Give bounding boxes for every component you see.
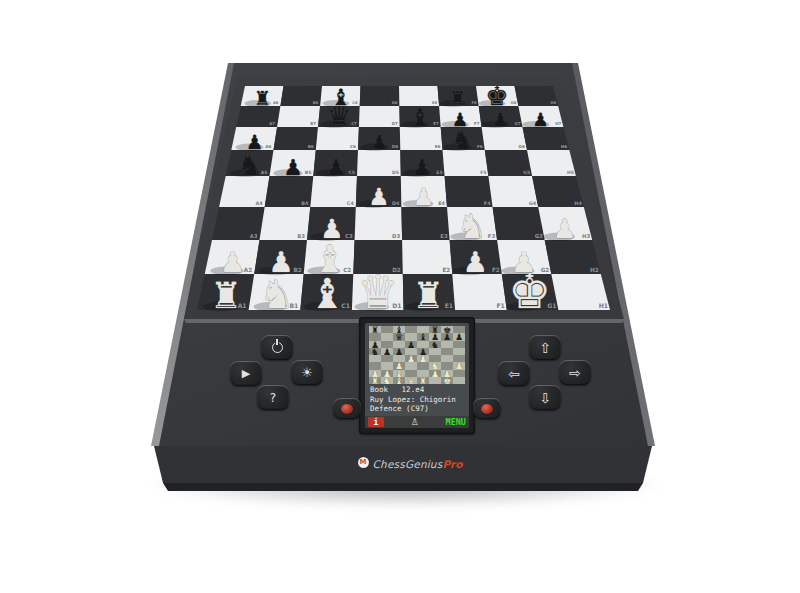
play-icon: ▶ bbox=[242, 368, 250, 379]
lcd-piece-white-k: ♚ bbox=[443, 376, 451, 385]
brand-suffix: Pro bbox=[442, 458, 462, 470]
arrow-up-icon: ⇧ bbox=[539, 341, 551, 355]
lcd-square-f6: ♞ bbox=[429, 341, 441, 348]
lcd-square-d1: ♛ bbox=[405, 377, 417, 384]
lcd-square-d8 bbox=[405, 326, 417, 333]
lcd-square-a8: ♜ bbox=[369, 326, 381, 333]
lcd-square-d4: ♟ bbox=[405, 355, 417, 362]
lcd-piece-white-r: ♜ bbox=[371, 376, 379, 385]
lcd-piece-white-q: ♛ bbox=[407, 376, 415, 385]
lcd-square-e1: ♜ bbox=[417, 377, 429, 384]
millennium-logo: M bbox=[358, 457, 369, 468]
lcd-square-g1: ♚ bbox=[441, 377, 453, 384]
lcd-square-a5: ♞ bbox=[369, 348, 381, 355]
white-pawn-turn-icon: ♙ bbox=[384, 417, 446, 427]
arrow-right-icon: ⇨ bbox=[569, 366, 581, 380]
lcd-square-g5 bbox=[441, 348, 453, 355]
lcd-book-move-line: Book 12.e4 bbox=[365, 385, 469, 395]
lcd-opening-name-line: Ruy Lopez: Chigorin bbox=[365, 395, 469, 405]
question-icon: ? bbox=[270, 392, 276, 404]
branding: M ChessGeniusPro bbox=[300, 454, 520, 470]
lcd-square-b4 bbox=[381, 355, 393, 362]
lcd-square-f1 bbox=[429, 377, 441, 384]
lcd-square-h2 bbox=[453, 370, 465, 377]
lcd-square-e7: ♝ bbox=[417, 333, 429, 340]
lcd-square-h5 bbox=[453, 348, 465, 355]
scroll-left-button[interactable]: ⇦ bbox=[498, 361, 530, 386]
lcd-square-b1: ♞ bbox=[381, 377, 393, 384]
lcd-opening-eco-line: Defence (C97) bbox=[365, 404, 469, 414]
lcd-square-f5 bbox=[429, 348, 441, 355]
brightness-button[interactable]: ☀ bbox=[291, 360, 323, 385]
lcd-square-f2: ♟ bbox=[429, 370, 441, 377]
lcd-square-c5: ♟ bbox=[393, 348, 405, 355]
lcd-square-b5: ♟ bbox=[381, 348, 393, 355]
scroll-up-button[interactable]: ⇧ bbox=[529, 335, 561, 360]
red-dot-icon bbox=[481, 404, 493, 414]
lcd-piece-white-r: ♜ bbox=[419, 376, 427, 385]
scroll-down-button[interactable]: ⇩ bbox=[529, 385, 561, 410]
lcd-square-d3 bbox=[405, 362, 417, 369]
red-button-right[interactable] bbox=[473, 398, 501, 419]
lcd-square-a4 bbox=[369, 355, 381, 362]
lcd-square-e4: ♟ bbox=[417, 355, 429, 362]
chess-computer-product-photo: A8B8C8D8E8F8G8H8A7B7C7D7E7F7G7H7A6B6C6D6… bbox=[0, 0, 800, 593]
scroll-right-button[interactable]: ⇨ bbox=[559, 360, 591, 385]
arrow-left-icon: ⇦ bbox=[508, 367, 520, 381]
power-button[interactable] bbox=[261, 335, 293, 360]
lcd-square-e3 bbox=[417, 362, 429, 369]
lcd-square-b7 bbox=[381, 333, 393, 340]
brightness-icon: ☀ bbox=[301, 366, 313, 379]
play-button[interactable]: ▶ bbox=[230, 361, 262, 386]
red-dot-icon bbox=[341, 404, 353, 414]
power-icon bbox=[272, 342, 283, 353]
lcd-screen: ♜♝♜♚♛♝♟♟♟♟♟♞♞♟♟♟♟♟♟♞♟♟♟♝♟♟♜♞♝♛♜♚ Book 12… bbox=[365, 323, 469, 428]
lcd-square-h3: ♟ bbox=[453, 362, 465, 369]
lcd-square-d6: ♟ bbox=[405, 341, 417, 348]
arrow-down-icon: ⇩ bbox=[539, 391, 551, 405]
lcd-square-g7: ♟ bbox=[441, 333, 453, 340]
lcd-mini-board: ♜♝♜♚♛♝♟♟♟♟♟♞♞♟♟♟♟♟♟♞♟♟♟♝♟♟♜♞♝♛♜♚ bbox=[369, 326, 465, 384]
lcd-square-c7: ♛ bbox=[393, 333, 405, 340]
lcd-square-g4 bbox=[441, 355, 453, 362]
lcd-square-b8 bbox=[381, 326, 393, 333]
lcd-piece-white-b: ♝ bbox=[395, 376, 403, 385]
menu-softkey-label: MENU bbox=[446, 417, 466, 427]
lcd-square-h6 bbox=[453, 341, 465, 348]
lcd-piece-white-n: ♞ bbox=[383, 376, 391, 385]
lcd-status-bar: i ♙ MENU bbox=[365, 416, 469, 428]
brand-name: ChessGenius bbox=[373, 458, 443, 470]
info-softkey-label: i bbox=[368, 417, 384, 427]
lcd-square-c1: ♝ bbox=[393, 377, 405, 384]
lcd-square-g6 bbox=[441, 341, 453, 348]
help-button[interactable]: ? bbox=[257, 385, 289, 410]
red-button-left[interactable] bbox=[333, 398, 361, 419]
lcd-square-a1: ♜ bbox=[369, 377, 381, 384]
lcd-square-h1 bbox=[453, 377, 465, 384]
lcd-square-h7: ♟ bbox=[453, 333, 465, 340]
